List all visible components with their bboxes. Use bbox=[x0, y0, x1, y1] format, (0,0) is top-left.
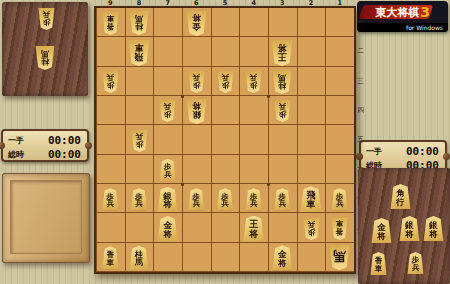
app-logo: 東大将棋 3 for Windows bbox=[357, 1, 448, 32]
piece-glyph: 桂 bbox=[41, 57, 49, 65]
piece-glyph: 将 bbox=[163, 230, 172, 239]
rank-label-2: 二 bbox=[356, 37, 365, 66]
piece-box-rim bbox=[10, 180, 82, 254]
logo-subtitle: for Windows bbox=[357, 23, 448, 32]
piece-glyph: 将 bbox=[429, 230, 438, 239]
piece-glyph: 馬 bbox=[135, 259, 143, 267]
gote-move-time-value: 00:00 bbox=[48, 134, 81, 147]
gote-clock-panel: 一手 00:00 総時 00:00 bbox=[1, 129, 89, 162]
rank-label-3: 三 bbox=[356, 67, 365, 96]
piece-glyph: 桂 bbox=[135, 22, 143, 30]
piece-glyph: 兵 bbox=[250, 200, 258, 208]
hoshi-dot bbox=[267, 95, 270, 98]
piece-glyph: 将 bbox=[405, 230, 414, 239]
piece-glyph: 兵 bbox=[279, 200, 287, 208]
piece-glyph: 将 bbox=[278, 42, 287, 51]
piece-glyph: 歩 bbox=[164, 110, 172, 118]
piece-glyph: 兵 bbox=[193, 200, 201, 208]
piece-glyph: 馬 bbox=[333, 250, 346, 263]
piece-glyph: 兵 bbox=[164, 103, 172, 111]
piece-glyph: 歩 bbox=[43, 18, 51, 26]
piece-glyph: 兵 bbox=[193, 73, 201, 81]
file-label-4: 4 bbox=[239, 0, 268, 7]
piece-glyph: 銀 bbox=[192, 110, 201, 119]
piece-glyph: 将 bbox=[192, 14, 201, 23]
file-label-3: 3 bbox=[268, 0, 297, 7]
shogi-app-window: 東大将棋 3 for Windows 一手 00:00 総時 00:00 一手 … bbox=[0, 0, 450, 284]
file-label-5: 5 bbox=[211, 0, 240, 7]
piece-glyph: 将 bbox=[278, 259, 287, 268]
piece-glyph: 馬 bbox=[41, 49, 49, 57]
piece-glyph: 香 bbox=[107, 22, 115, 30]
piece-glyph: 兵 bbox=[107, 73, 115, 81]
piece-glyph: 兵 bbox=[336, 200, 344, 208]
gote-total-time-value: 00:00 bbox=[48, 148, 81, 161]
file-label-1: 1 bbox=[325, 0, 354, 7]
piece-glyph: 兵 bbox=[135, 200, 143, 208]
file-label-9: 9 bbox=[96, 0, 125, 7]
piece-glyph: 金 bbox=[192, 22, 201, 31]
piece-glyph: 車 bbox=[135, 42, 144, 51]
piece-glyph: 車 bbox=[107, 259, 115, 267]
piece-glyph: 兵 bbox=[250, 73, 258, 81]
sente-move-time-value: 00:00 bbox=[406, 145, 439, 158]
rank-label-1: 一 bbox=[356, 8, 365, 37]
piece-glyph: 車 bbox=[375, 265, 383, 273]
piece-glyph: 兵 bbox=[412, 264, 420, 272]
piece-glyph: 兵 bbox=[307, 220, 315, 228]
file-labels: 987654321 bbox=[96, 0, 354, 7]
piece-glyph: 兵 bbox=[43, 10, 51, 18]
file-label-2: 2 bbox=[297, 0, 326, 7]
piece-glyph: 行 bbox=[396, 198, 405, 207]
piece-glyph: 車 bbox=[107, 15, 115, 23]
piece-glyph: 兵 bbox=[107, 200, 115, 208]
piece-glyph: 将 bbox=[249, 230, 258, 239]
piece-glyph: 馬 bbox=[135, 14, 143, 22]
piece-glyph: 兵 bbox=[164, 171, 172, 179]
logo-title: 東大将棋 bbox=[375, 5, 419, 20]
file-label-6: 6 bbox=[182, 0, 211, 7]
gote-total-time-label: 総時 bbox=[8, 149, 24, 160]
piece-glyph: 歩 bbox=[279, 110, 287, 118]
hoshi-dot bbox=[181, 95, 184, 98]
hoshi-dot bbox=[181, 183, 184, 186]
sente-move-time-label: 一手 bbox=[366, 146, 382, 157]
file-label-8: 8 bbox=[125, 0, 154, 7]
piece-glyph: 将 bbox=[192, 102, 201, 111]
piece-glyph: 香 bbox=[336, 228, 344, 236]
file-label-7: 7 bbox=[153, 0, 182, 7]
piece-box bbox=[2, 173, 90, 263]
piece-glyph: 車 bbox=[336, 220, 344, 228]
piece-glyph: 兵 bbox=[221, 73, 229, 81]
rank-label-5: 五 bbox=[356, 125, 365, 154]
hoshi-dot bbox=[267, 183, 270, 186]
piece-glyph: 車 bbox=[307, 200, 316, 209]
piece-glyph: 将 bbox=[377, 232, 386, 241]
piece-glyph: 桂 bbox=[278, 81, 286, 89]
gote-move-time-label: 一手 bbox=[8, 135, 24, 146]
piece-glyph: 馬 bbox=[278, 73, 286, 81]
piece-glyph: 兵 bbox=[279, 103, 287, 111]
rank-label-4: 四 bbox=[356, 96, 365, 125]
logo-version: 3 bbox=[420, 4, 430, 20]
piece-glyph: 兵 bbox=[221, 200, 229, 208]
piece-glyph: 兵 bbox=[135, 132, 143, 140]
piece-glyph: 将 bbox=[163, 200, 172, 209]
